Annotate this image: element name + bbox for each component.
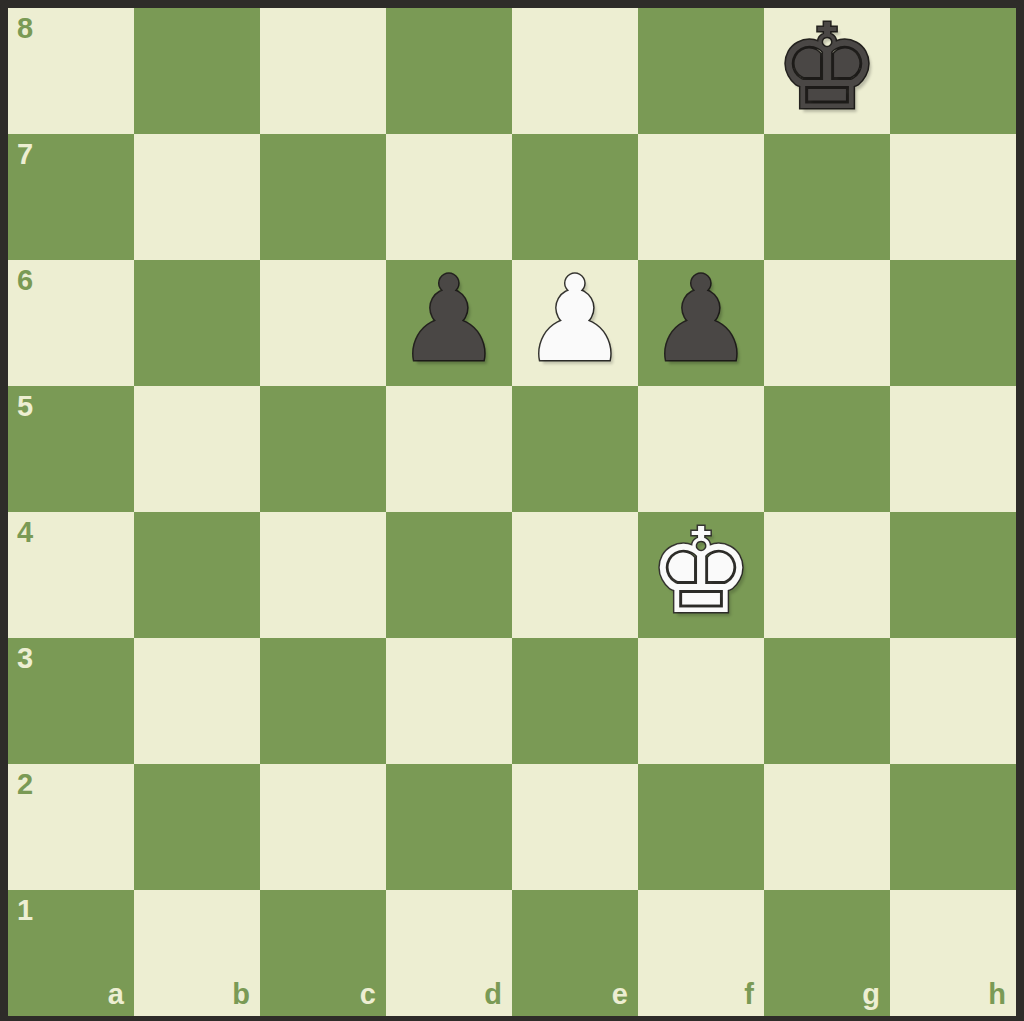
square-a1[interactable]: 1a (8, 890, 134, 1016)
rank-label-6: 6 (17, 266, 33, 295)
square-h3[interactable] (890, 638, 1016, 764)
square-g8[interactable]: ♚ (764, 8, 890, 134)
square-b5[interactable] (134, 386, 260, 512)
rank-label-2: 2 (17, 770, 33, 799)
square-f1[interactable]: f (638, 890, 764, 1016)
file-label-c: c (360, 980, 376, 1009)
board-frame: 8♚76♟♟♟54♚321abcdefgh (0, 0, 1024, 1021)
square-a6[interactable]: 6 (8, 260, 134, 386)
square-d5[interactable] (386, 386, 512, 512)
square-a2[interactable]: 2 (8, 764, 134, 890)
black-king[interactable]: ♚ (774, 4, 880, 130)
square-a4[interactable]: 4 (8, 512, 134, 638)
square-c6[interactable] (260, 260, 386, 386)
square-f5[interactable] (638, 386, 764, 512)
square-f6[interactable]: ♟ (638, 260, 764, 386)
square-c2[interactable] (260, 764, 386, 890)
square-d3[interactable] (386, 638, 512, 764)
square-a5[interactable]: 5 (8, 386, 134, 512)
square-c5[interactable] (260, 386, 386, 512)
square-d6[interactable]: ♟ (386, 260, 512, 386)
black-pawn[interactable]: ♟ (396, 256, 502, 382)
square-c1[interactable]: c (260, 890, 386, 1016)
square-b4[interactable] (134, 512, 260, 638)
file-label-f: f (744, 980, 754, 1009)
square-e3[interactable] (512, 638, 638, 764)
square-c4[interactable] (260, 512, 386, 638)
square-d2[interactable] (386, 764, 512, 890)
square-a8[interactable]: 8 (8, 8, 134, 134)
square-g4[interactable] (764, 512, 890, 638)
square-b3[interactable] (134, 638, 260, 764)
chess-board: 8♚76♟♟♟54♚321abcdefgh (8, 8, 1016, 1016)
square-f2[interactable] (638, 764, 764, 890)
square-h8[interactable] (890, 8, 1016, 134)
square-c3[interactable] (260, 638, 386, 764)
square-c7[interactable] (260, 134, 386, 260)
file-label-a: a (108, 980, 124, 1009)
square-h1[interactable]: h (890, 890, 1016, 1016)
square-e1[interactable]: e (512, 890, 638, 1016)
square-g1[interactable]: g (764, 890, 890, 1016)
file-label-d: d (484, 980, 502, 1009)
square-d1[interactable]: d (386, 890, 512, 1016)
square-d7[interactable] (386, 134, 512, 260)
rank-label-5: 5 (17, 392, 33, 421)
square-h2[interactable] (890, 764, 1016, 890)
square-g7[interactable] (764, 134, 890, 260)
square-b2[interactable] (134, 764, 260, 890)
white-pawn[interactable]: ♟ (522, 256, 628, 382)
square-h7[interactable] (890, 134, 1016, 260)
square-b8[interactable] (134, 8, 260, 134)
square-h5[interactable] (890, 386, 1016, 512)
square-f4[interactable]: ♚ (638, 512, 764, 638)
square-h6[interactable] (890, 260, 1016, 386)
file-label-h: h (988, 980, 1006, 1009)
square-d8[interactable] (386, 8, 512, 134)
square-b1[interactable]: b (134, 890, 260, 1016)
file-label-e: e (612, 980, 628, 1009)
square-e8[interactable] (512, 8, 638, 134)
rank-label-8: 8 (17, 14, 33, 43)
square-d4[interactable] (386, 512, 512, 638)
square-b7[interactable] (134, 134, 260, 260)
square-e4[interactable] (512, 512, 638, 638)
square-b6[interactable] (134, 260, 260, 386)
square-f3[interactable] (638, 638, 764, 764)
rank-label-7: 7 (17, 140, 33, 169)
square-e5[interactable] (512, 386, 638, 512)
rank-label-1: 1 (17, 896, 33, 925)
square-a3[interactable]: 3 (8, 638, 134, 764)
black-pawn[interactable]: ♟ (648, 256, 754, 382)
file-label-g: g (862, 980, 880, 1009)
square-e7[interactable] (512, 134, 638, 260)
square-g2[interactable] (764, 764, 890, 890)
file-label-b: b (232, 980, 250, 1009)
square-g5[interactable] (764, 386, 890, 512)
white-king[interactable]: ♚ (648, 508, 754, 634)
square-g6[interactable] (764, 260, 890, 386)
square-f7[interactable] (638, 134, 764, 260)
square-e6[interactable]: ♟ (512, 260, 638, 386)
square-c8[interactable] (260, 8, 386, 134)
square-h4[interactable] (890, 512, 1016, 638)
rank-label-3: 3 (17, 644, 33, 673)
rank-label-4: 4 (17, 518, 33, 547)
square-g3[interactable] (764, 638, 890, 764)
square-f8[interactable] (638, 8, 764, 134)
square-a7[interactable]: 7 (8, 134, 134, 260)
square-e2[interactable] (512, 764, 638, 890)
